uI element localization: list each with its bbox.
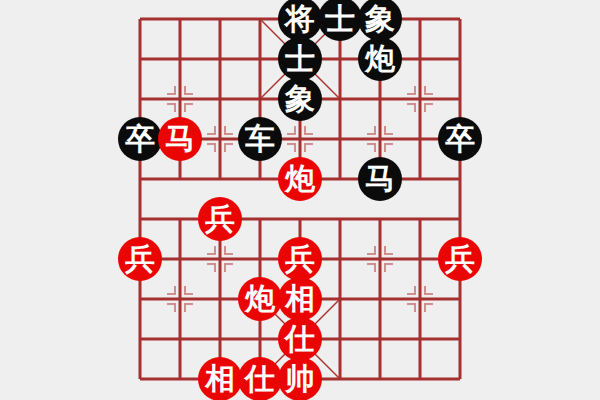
piece-black-pawn[interactable]: 卒 <box>438 117 482 161</box>
piece-black-advisor[interactable]: 士 <box>278 37 322 81</box>
piece-red-pawn[interactable]: 兵 <box>278 237 322 281</box>
piece-red-elephant[interactable]: 相 <box>198 357 242 400</box>
piece-black-general[interactable]: 将 <box>278 0 322 41</box>
piece-red-general[interactable]: 帅 <box>278 357 322 400</box>
piece-black-horse[interactable]: 马 <box>358 157 402 201</box>
piece-black-elephant[interactable]: 象 <box>358 0 402 41</box>
piece-red-pawn[interactable]: 兵 <box>198 197 242 241</box>
piece-black-advisor[interactable]: 士 <box>318 0 362 41</box>
xiangqi-app: 将士象士炮象卒马车卒炮马兵兵兵兵炮相仕相仕帅 <box>0 0 600 400</box>
piece-black-chariot[interactable]: 车 <box>238 117 282 161</box>
piece-red-cannon[interactable]: 炮 <box>238 277 282 321</box>
piece-red-advisor[interactable]: 仕 <box>238 357 282 400</box>
piece-red-cannon[interactable]: 炮 <box>278 157 322 201</box>
piece-red-advisor[interactable]: 仕 <box>278 317 322 361</box>
piece-red-horse[interactable]: 马 <box>158 117 202 161</box>
piece-black-pawn[interactable]: 卒 <box>118 117 162 161</box>
piece-red-elephant[interactable]: 相 <box>278 277 322 321</box>
xiangqi-board[interactable]: 将士象士炮象卒马车卒炮马兵兵兵兵炮相仕相仕帅 <box>120 0 480 399</box>
piece-black-cannon[interactable]: 炮 <box>358 37 402 81</box>
piece-black-elephant[interactable]: 象 <box>278 77 322 121</box>
piece-red-pawn[interactable]: 兵 <box>438 237 482 281</box>
piece-red-pawn[interactable]: 兵 <box>118 237 162 281</box>
